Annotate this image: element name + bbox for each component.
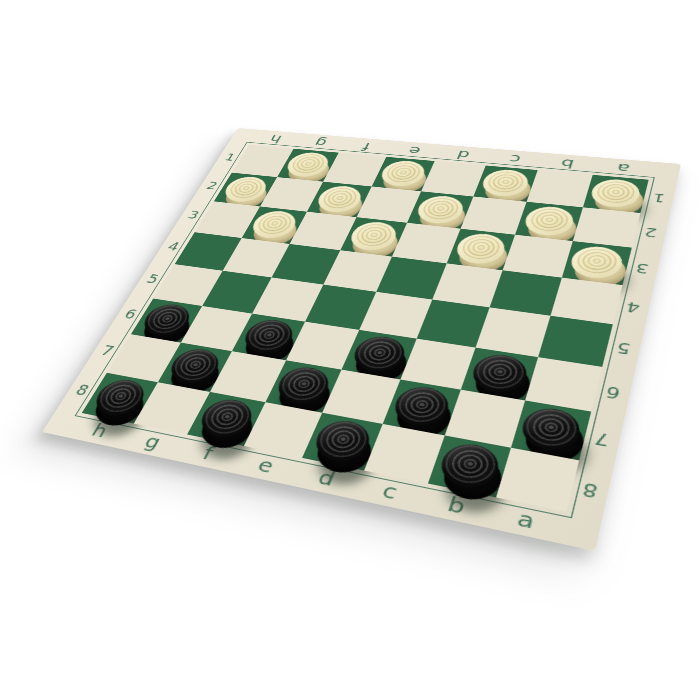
black-draughts-man-glyph: ⛂ [389,384,454,430]
black-draughts-man-glyph: ⛂ [348,333,410,375]
checker-black-c7[interactable]: ⛂ [389,384,454,430]
black-draughts-man-glyph: ⛂ [518,405,585,455]
checker-black-d8[interactable]: ⛂ [309,417,375,466]
white-draughts-man-glyph: ⛀ [346,220,401,253]
checker-black-b6[interactable]: ⛂ [468,351,531,395]
checker-black-a7[interactable]: ⛂ [518,405,585,455]
checker-black-b8[interactable]: ⛂ [435,440,503,492]
white-draughts-man-glyph: ⛀ [313,184,366,214]
black-draughts-man-glyph: ⛂ [309,417,375,466]
photo-canvas: hgfedcba hgfedcba 12345678 12345678 ⛀⛀⛀⛀… [0,0,700,700]
white-draughts-man-glyph: ⛀ [479,168,532,198]
white-draughts-man-glyph: ⛀ [452,232,509,267]
checker-white-e1[interactable]: ⛀ [377,159,429,188]
black-draughts-man-glyph: ⛂ [435,440,503,492]
black-draughts-man-glyph: ⛂ [468,351,531,395]
checker-white-f2[interactable]: ⛀ [313,184,366,214]
checker-white-c3[interactable]: ⛀ [452,232,509,267]
vinyl-board-mat: hgfedcba hgfedcba 12345678 12345678 ⛀⛀⛀⛀… [42,128,681,551]
white-draughts-man-glyph: ⛀ [377,159,429,188]
black-draughts-man-glyph: ⛂ [272,364,335,407]
white-draughts-man-glyph: ⛀ [588,178,643,210]
checker-black-d6[interactable]: ⛂ [348,333,410,375]
white-draughts-man-glyph: ⛀ [568,244,626,281]
white-draughts-man-glyph: ⛀ [521,205,577,238]
checker-white-e3[interactable]: ⛀ [346,220,401,253]
checker-white-b2[interactable]: ⛀ [521,205,577,238]
checker-white-d2[interactable]: ⛀ [413,194,467,225]
white-draughts-man-glyph: ⛀ [413,194,467,225]
checker-white-a1[interactable]: ⛀ [588,178,643,210]
checker-white-a3[interactable]: ⛀ [568,244,626,281]
checker-black-e7[interactable]: ⛂ [272,364,335,407]
square-b1[interactable] [527,170,592,207]
checker-white-c1[interactable]: ⛀ [479,168,532,198]
